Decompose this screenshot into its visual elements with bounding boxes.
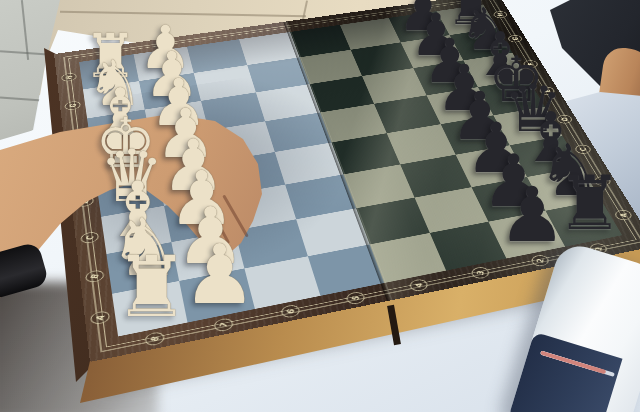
photo-of-chess-game: 87654321ABCDEFGHABCDEFGH ♜♞♝♛♚♝♞♜♟♟♟♟♟♟♟… xyxy=(0,0,640,412)
label-accent-line xyxy=(540,351,606,375)
